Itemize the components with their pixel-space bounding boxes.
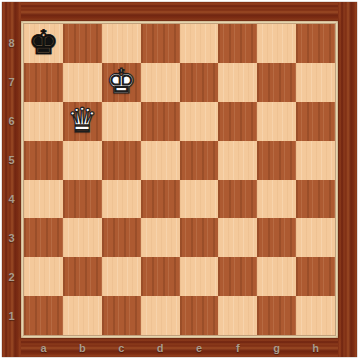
file-label-h: h (296, 338, 335, 357)
chess-diagram: ♚♚♛ 8 7 6 5 4 3 2 1 a b c d e f g h (0, 0, 359, 359)
square-f4[interactable] (218, 180, 257, 219)
square-g8[interactable] (257, 24, 296, 63)
square-a5[interactable] (24, 141, 63, 180)
square-h4[interactable] (296, 180, 335, 219)
file-label-a: a (24, 338, 63, 357)
square-d8[interactable] (141, 24, 180, 63)
square-c6[interactable] (102, 102, 141, 141)
square-c3[interactable] (102, 218, 141, 257)
square-d1[interactable] (141, 296, 180, 335)
square-a3[interactable] (24, 218, 63, 257)
square-g5[interactable] (257, 141, 296, 180)
rank-label-3: 3 (2, 218, 21, 257)
square-d3[interactable] (141, 218, 180, 257)
square-e3[interactable] (180, 218, 219, 257)
file-label-g: g (257, 338, 296, 357)
square-a6[interactable] (24, 102, 63, 141)
square-e2[interactable] (180, 257, 219, 296)
rank-label-8: 8 (2, 24, 21, 63)
square-f1[interactable] (218, 296, 257, 335)
square-d7[interactable] (141, 63, 180, 102)
square-h8[interactable] (296, 24, 335, 63)
square-e6[interactable] (180, 102, 219, 141)
rank-label-2: 2 (2, 257, 21, 296)
square-b4[interactable] (63, 180, 102, 219)
rank-label-4: 4 (2, 180, 21, 219)
square-e1[interactable] (180, 296, 219, 335)
file-label-b: b (63, 338, 102, 357)
rank-labels: 8 7 6 5 4 3 2 1 (2, 24, 21, 335)
square-d6[interactable] (141, 102, 180, 141)
square-g2[interactable] (257, 257, 296, 296)
square-c1[interactable] (102, 296, 141, 335)
square-h5[interactable] (296, 141, 335, 180)
square-f8[interactable] (218, 24, 257, 63)
rank-label-6: 6 (2, 102, 21, 141)
square-a7[interactable] (24, 63, 63, 102)
white-queen-b6[interactable]: ♛ (67, 103, 97, 137)
square-b7[interactable] (63, 63, 102, 102)
square-b6[interactable]: ♛ (63, 102, 102, 141)
square-f3[interactable] (218, 218, 257, 257)
white-king-c7[interactable]: ♚ (106, 64, 136, 98)
square-d5[interactable] (141, 141, 180, 180)
square-f7[interactable] (218, 63, 257, 102)
rank-label-5: 5 (2, 141, 21, 180)
square-g4[interactable] (257, 180, 296, 219)
square-d4[interactable] (141, 180, 180, 219)
square-b1[interactable] (63, 296, 102, 335)
square-f5[interactable] (218, 141, 257, 180)
square-c7[interactable]: ♚ (102, 63, 141, 102)
square-f2[interactable] (218, 257, 257, 296)
square-c5[interactable] (102, 141, 141, 180)
file-label-c: c (102, 338, 141, 357)
rank-label-1: 1 (2, 296, 21, 335)
square-c2[interactable] (102, 257, 141, 296)
file-labels: a b c d e f g h (24, 338, 335, 357)
file-label-e: e (180, 338, 219, 357)
square-a8[interactable]: ♚ (24, 24, 63, 63)
square-h7[interactable] (296, 63, 335, 102)
frame-grain-right (338, 2, 357, 357)
square-e8[interactable] (180, 24, 219, 63)
square-h3[interactable] (296, 218, 335, 257)
file-label-f: f (218, 338, 257, 357)
square-c4[interactable] (102, 180, 141, 219)
square-c8[interactable] (102, 24, 141, 63)
square-h2[interactable] (296, 257, 335, 296)
square-d2[interactable] (141, 257, 180, 296)
square-b8[interactable] (63, 24, 102, 63)
chess-board: ♚♚♛ (24, 24, 335, 335)
board-frame: ♚♚♛ (2, 2, 357, 357)
square-a4[interactable] (24, 180, 63, 219)
square-h1[interactable] (296, 296, 335, 335)
square-h6[interactable] (296, 102, 335, 141)
square-a2[interactable] (24, 257, 63, 296)
square-e5[interactable] (180, 141, 219, 180)
square-b5[interactable] (63, 141, 102, 180)
square-g3[interactable] (257, 218, 296, 257)
board-inner-border: ♚♚♛ (21, 21, 338, 338)
square-e7[interactable] (180, 63, 219, 102)
square-g6[interactable] (257, 102, 296, 141)
square-e4[interactable] (180, 180, 219, 219)
square-b3[interactable] (63, 218, 102, 257)
frame-grain-top (2, 2, 357, 21)
square-a1[interactable] (24, 296, 63, 335)
file-label-d: d (141, 338, 180, 357)
black-king-a8[interactable]: ♚ (28, 25, 58, 59)
square-f6[interactable] (218, 102, 257, 141)
rank-label-7: 7 (2, 63, 21, 102)
square-g1[interactable] (257, 296, 296, 335)
square-g7[interactable] (257, 63, 296, 102)
square-b2[interactable] (63, 257, 102, 296)
